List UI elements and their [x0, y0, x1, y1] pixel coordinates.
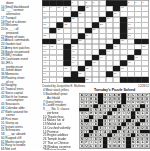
cell-number: 13 — [121, 6, 124, 9]
cell-number: 6 — [135, 1, 136, 4]
black-square — [78, 77, 85, 82]
cell-number: 57 — [43, 77, 46, 80]
cell-number: 29 — [86, 34, 89, 37]
cell-number: 10 — [57, 6, 60, 9]
solved-puzzle-title: Tuesday's Puzzle Solved — [79, 88, 150, 92]
cell-number: 27 — [128, 28, 131, 31]
cell-number: 9 — [50, 6, 51, 9]
cell-number: 46 — [43, 61, 46, 64]
grid-cell[interactable] — [50, 77, 57, 82]
cell-number: 12 — [86, 6, 89, 9]
cell-number: 38 — [142, 44, 145, 47]
cell-number: 17 — [43, 17, 46, 20]
cell-number: 8 — [43, 6, 44, 9]
cell-number: 24 — [128, 23, 131, 26]
cell-number: 11 — [64, 6, 67, 9]
cell-number: 48 — [93, 61, 96, 64]
cell-number: 2 — [86, 1, 87, 4]
cell-number: 19 — [107, 17, 110, 20]
cell-number: 33 — [121, 39, 124, 42]
cell-number: 1 — [72, 1, 73, 4]
cell-number: 23 — [100, 23, 103, 26]
cell-number: 41 — [107, 50, 110, 53]
cell-number: 25 — [57, 28, 60, 31]
grid-cell[interactable] — [106, 77, 113, 82]
cell-number: 58 — [86, 77, 89, 80]
cell-number: 54 — [43, 72, 46, 75]
cell-number: 49 — [128, 61, 131, 64]
solved-puzzle-grid: ADAMSLAWSCRAPLIRATONETHREEOVENARTSROOMYT… — [79, 93, 150, 149]
cell-number: 4 — [100, 1, 101, 4]
cell-number: 5 — [128, 1, 129, 4]
solved-letter-cell: D — [145, 144, 150, 148]
cell-number: 35 — [50, 44, 53, 47]
cell-number: 34 — [43, 44, 46, 47]
cell-number: 40 — [72, 50, 75, 53]
across-clues-column: down14 Small blackboard16 "___" sermon a… — [1, 1, 42, 150]
cell-number: 20 — [128, 17, 131, 20]
grid-cell[interactable] — [92, 77, 99, 82]
grid-cell[interactable] — [99, 77, 106, 82]
cell-number: 42 — [43, 55, 46, 58]
cell-number: 52 — [86, 66, 89, 69]
black-square — [71, 77, 78, 82]
grid-cell[interactable]: 58 — [85, 77, 92, 82]
cell-number: 53 — [121, 66, 124, 69]
cell-number: 43 — [72, 55, 75, 58]
cell-number: 37 — [114, 44, 117, 47]
cell-number: 47 — [72, 61, 75, 64]
black-square — [127, 77, 134, 82]
cell-number: 14 — [43, 12, 46, 15]
cell-number: 18 — [72, 17, 75, 20]
cell-number: 55 — [79, 72, 82, 75]
solved-puzzle-caption: (c) 2013 Tribune Media Services, Inc. Al… — [79, 149, 150, 151]
across-clue-line: 63 Not curt — [1, 147, 42, 150]
grid-cell[interactable]: 57 — [43, 77, 50, 82]
down-clue-line: 29 Picture border — [43, 148, 79, 150]
grid-cell[interactable] — [113, 77, 120, 82]
cell-number: 26 — [93, 28, 96, 31]
newspaper-crossword-page: down14 Small blackboard16 "___" sermon a… — [0, 0, 150, 150]
down-clues-column: 4 Meat stock jellies5 Basketball great A… — [43, 88, 79, 150]
cell-number: 36 — [72, 44, 75, 47]
cell-number: 28 — [43, 34, 46, 37]
cell-number: 50 — [43, 66, 46, 69]
cell-number: 44 — [100, 55, 103, 58]
cell-number: 7 — [142, 1, 143, 4]
cell-number: 30 — [128, 34, 131, 37]
cell-number: 39 — [43, 50, 46, 53]
cell-number: 3 — [93, 1, 94, 4]
cell-number: 51 — [64, 66, 67, 69]
cell-number: 56 — [114, 72, 117, 75]
cell-number: 22 — [64, 23, 67, 26]
cell-number: 21 — [43, 23, 46, 26]
black-square — [134, 77, 141, 82]
cell-number: 45 — [135, 55, 138, 58]
grid-cell[interactable] — [57, 77, 64, 82]
cell-number: 16 — [114, 12, 117, 15]
black-square — [64, 77, 71, 82]
cell-number: 31 — [57, 39, 60, 42]
cell-number: 32 — [79, 39, 82, 42]
crossword-grid: 1234567891011121314151617181920212223242… — [42, 0, 149, 83]
black-square — [141, 77, 148, 82]
black-square — [120, 77, 127, 82]
cell-number: 15 — [79, 12, 82, 15]
